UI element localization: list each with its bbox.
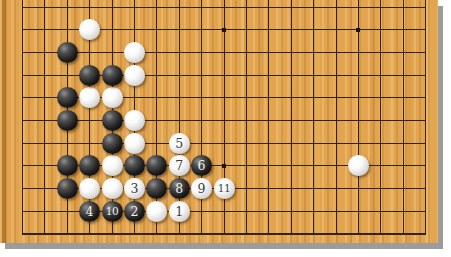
move-number: 11 bbox=[218, 178, 230, 199]
grid-line-horizontal bbox=[22, 52, 426, 53]
grid-line-horizontal bbox=[22, 143, 426, 144]
stone-black-D2[interactable]: 4 bbox=[79, 201, 100, 222]
stone-white-F6[interactable] bbox=[124, 110, 145, 131]
stone-black-E2[interactable]: 10 bbox=[102, 201, 123, 222]
grid-line-vertical bbox=[224, 0, 225, 235]
move-number: 5 bbox=[175, 133, 183, 154]
grid-line-horizontal bbox=[22, 7, 426, 8]
stone-white-H2[interactable]: 1 bbox=[169, 201, 190, 222]
stone-white-E7[interactable] bbox=[102, 87, 123, 108]
stone-black-H3[interactable]: 8 bbox=[169, 178, 190, 199]
move-number: 9 bbox=[198, 178, 206, 199]
move-number: 4 bbox=[86, 201, 94, 222]
move-number: 8 bbox=[175, 178, 183, 199]
grid-line-vertical bbox=[268, 0, 269, 235]
stone-white-Q4[interactable] bbox=[348, 155, 369, 176]
grid-line-vertical bbox=[336, 0, 337, 235]
stone-black-D4[interactable] bbox=[79, 155, 100, 176]
stone-black-C6[interactable] bbox=[57, 110, 78, 131]
stone-black-G4[interactable] bbox=[146, 155, 167, 176]
move-number: 2 bbox=[130, 201, 138, 222]
grid-line-vertical bbox=[291, 0, 292, 235]
go-diagram-screen: 1234567891011 bbox=[0, 0, 451, 257]
stone-white-D7[interactable] bbox=[79, 87, 100, 108]
stone-white-F5[interactable] bbox=[124, 133, 145, 154]
stone-white-F3[interactable]: 3 bbox=[124, 178, 145, 199]
move-number: 3 bbox=[130, 178, 138, 199]
stone-black-C9[interactable] bbox=[57, 42, 78, 63]
stone-white-K3[interactable]: 11 bbox=[214, 178, 235, 199]
grid-line-vertical bbox=[425, 0, 426, 235]
move-number: 1 bbox=[175, 201, 183, 222]
go-board[interactable]: 1234567891011 bbox=[0, 0, 438, 243]
stone-black-C3[interactable] bbox=[57, 178, 78, 199]
grid-line-vertical bbox=[358, 0, 359, 235]
stone-black-F2[interactable]: 2 bbox=[124, 201, 145, 222]
star-point bbox=[356, 28, 360, 32]
move-number: 7 bbox=[175, 155, 183, 176]
grid-line-vertical bbox=[313, 0, 314, 235]
stone-white-F8[interactable] bbox=[124, 65, 145, 86]
stone-white-H5[interactable]: 5 bbox=[169, 133, 190, 154]
stone-black-E5[interactable] bbox=[102, 133, 123, 154]
star-point bbox=[222, 28, 226, 32]
stone-white-E3[interactable] bbox=[102, 178, 123, 199]
star-point bbox=[222, 164, 226, 168]
stone-white-G2[interactable] bbox=[146, 201, 167, 222]
stone-black-G3[interactable] bbox=[146, 178, 167, 199]
stone-black-E6[interactable] bbox=[102, 110, 123, 131]
stone-white-F9[interactable] bbox=[124, 42, 145, 63]
stone-white-J3[interactable]: 9 bbox=[191, 178, 212, 199]
grid-line-vertical bbox=[380, 0, 381, 235]
grid-line-vertical bbox=[22, 0, 23, 235]
stone-black-D8[interactable] bbox=[79, 65, 100, 86]
grid-line-vertical bbox=[44, 0, 45, 235]
grid-line-vertical bbox=[201, 0, 202, 235]
board-left-bevel bbox=[2, 0, 6, 243]
stone-black-F4[interactable] bbox=[124, 155, 145, 176]
stone-black-C7[interactable] bbox=[57, 87, 78, 108]
stone-white-D10[interactable] bbox=[79, 19, 100, 40]
stone-white-E4[interactable] bbox=[102, 155, 123, 176]
grid-line-horizontal bbox=[22, 233, 426, 235]
stone-white-H4[interactable]: 7 bbox=[169, 155, 190, 176]
stone-white-D3[interactable] bbox=[79, 178, 100, 199]
grid-line-vertical bbox=[179, 0, 180, 235]
stone-black-C4[interactable] bbox=[57, 155, 78, 176]
grid-line-horizontal bbox=[22, 120, 426, 121]
move-number: 10 bbox=[106, 201, 118, 222]
stone-black-E8[interactable] bbox=[102, 65, 123, 86]
stone-black-J4[interactable]: 6 bbox=[191, 155, 212, 176]
move-number: 6 bbox=[198, 155, 206, 176]
grid-line-vertical bbox=[403, 0, 404, 235]
grid-line-vertical bbox=[156, 0, 157, 235]
grid-line-vertical bbox=[246, 0, 247, 235]
